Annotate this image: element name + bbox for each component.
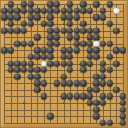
- black-stone[interactable]: [47, 1, 53, 7]
- black-stone[interactable]: [21, 1, 27, 7]
- black-stone[interactable]: [93, 73, 99, 79]
- black-stone[interactable]: [27, 1, 33, 7]
- black-stone[interactable]: [21, 67, 27, 73]
- black-stone[interactable]: [27, 14, 33, 20]
- black-stone[interactable]: [41, 93, 47, 99]
- black-stone[interactable]: [87, 100, 93, 106]
- black-stone[interactable]: [54, 41, 60, 47]
- black-stone[interactable]: [54, 8, 60, 14]
- black-stone[interactable]: [27, 73, 33, 79]
- black-stone[interactable]: [87, 87, 93, 93]
- black-stone[interactable]: [67, 67, 73, 73]
- black-stone[interactable]: [100, 120, 106, 126]
- black-stone[interactable]: [41, 67, 47, 73]
- black-stone[interactable]: [14, 67, 20, 73]
- black-stone[interactable]: [100, 8, 106, 14]
- black-stone[interactable]: [67, 60, 73, 66]
- black-stone[interactable]: [80, 8, 86, 14]
- black-stone[interactable]: [106, 67, 112, 73]
- black-stone[interactable]: [27, 67, 33, 73]
- grid-hline: [4, 90, 123, 91]
- black-stone[interactable]: [67, 8, 73, 14]
- black-stone[interactable]: [106, 21, 112, 27]
- black-stone[interactable]: [1, 14, 7, 20]
- black-stone[interactable]: [87, 41, 93, 47]
- black-stone[interactable]: [106, 80, 112, 86]
- black-stone[interactable]: [60, 93, 66, 99]
- black-stone[interactable]: [1, 27, 7, 33]
- black-stone[interactable]: [47, 41, 53, 47]
- black-stone[interactable]: [93, 34, 99, 40]
- black-stone[interactable]: [67, 54, 73, 60]
- black-stone[interactable]: [47, 47, 53, 53]
- black-stone[interactable]: [54, 60, 60, 66]
- black-stone[interactable]: [80, 21, 86, 27]
- grid-hline: [4, 116, 123, 117]
- black-stone[interactable]: [100, 14, 106, 20]
- black-stone[interactable]: [87, 34, 93, 40]
- hoshi-point: [63, 23, 65, 25]
- black-stone[interactable]: [27, 54, 33, 60]
- black-stone[interactable]: [47, 14, 53, 20]
- black-stone[interactable]: [54, 34, 60, 40]
- black-stone[interactable]: [21, 60, 27, 66]
- black-stone[interactable]: [80, 41, 86, 47]
- black-stone[interactable]: [93, 1, 99, 7]
- hoshi-point: [23, 102, 25, 104]
- black-stone[interactable]: [8, 27, 14, 33]
- black-stone[interactable]: [93, 113, 99, 119]
- black-stone[interactable]: [47, 34, 53, 40]
- black-stone[interactable]: [34, 87, 40, 93]
- black-stone[interactable]: [34, 67, 40, 73]
- black-stone[interactable]: [67, 27, 73, 33]
- black-stone[interactable]: [106, 1, 112, 7]
- black-stone[interactable]: [47, 54, 53, 60]
- black-stone[interactable]: [100, 60, 106, 66]
- black-stone[interactable]: [67, 93, 73, 99]
- black-stone[interactable]: [60, 80, 66, 86]
- black-stone[interactable]: [120, 113, 126, 119]
- black-stone[interactable]: [54, 1, 60, 7]
- black-stone[interactable]: [93, 100, 99, 106]
- black-stone[interactable]: [73, 47, 79, 53]
- grid-hline: [4, 110, 123, 111]
- black-stone[interactable]: [100, 41, 106, 47]
- black-stone[interactable]: [14, 27, 20, 33]
- black-stone[interactable]: [120, 120, 126, 126]
- black-stone[interactable]: [67, 34, 73, 40]
- black-stone[interactable]: [120, 47, 126, 53]
- black-stone[interactable]: [34, 54, 40, 60]
- black-stone[interactable]: [21, 27, 27, 33]
- black-stone[interactable]: [67, 80, 73, 86]
- black-stone[interactable]: [21, 21, 27, 27]
- black-stone[interactable]: [73, 27, 79, 33]
- black-stone[interactable]: [8, 47, 14, 53]
- black-stone[interactable]: [73, 8, 79, 14]
- white-stone[interactable]: [41, 60, 47, 66]
- black-stone[interactable]: [87, 60, 93, 66]
- black-stone[interactable]: [106, 54, 112, 60]
- black-stone[interactable]: [34, 8, 40, 14]
- black-stone[interactable]: [73, 14, 79, 20]
- black-stone[interactable]: [8, 67, 14, 73]
- black-stone[interactable]: [67, 47, 73, 53]
- black-stone[interactable]: [87, 93, 93, 99]
- black-stone[interactable]: [73, 34, 79, 40]
- black-stone[interactable]: [21, 41, 27, 47]
- white-stone[interactable]: [93, 41, 99, 47]
- black-stone[interactable]: [14, 73, 20, 79]
- black-stone[interactable]: [34, 73, 40, 79]
- black-stone[interactable]: [60, 54, 66, 60]
- black-stone[interactable]: [93, 47, 99, 53]
- black-stone[interactable]: [87, 8, 93, 14]
- black-stone[interactable]: [93, 87, 99, 93]
- hoshi-point: [63, 102, 65, 104]
- black-stone[interactable]: [87, 27, 93, 33]
- black-stone[interactable]: [14, 14, 20, 20]
- black-stone[interactable]: [54, 27, 60, 33]
- black-stone[interactable]: [8, 14, 14, 20]
- black-stone[interactable]: [106, 120, 112, 126]
- black-stone[interactable]: [60, 47, 66, 53]
- black-stone[interactable]: [14, 41, 20, 47]
- black-stone[interactable]: [41, 47, 47, 53]
- black-stone[interactable]: [67, 14, 73, 20]
- black-stone[interactable]: [73, 80, 79, 86]
- black-stone[interactable]: [8, 8, 14, 14]
- black-stone[interactable]: [47, 27, 53, 33]
- black-stone[interactable]: [27, 8, 33, 14]
- black-stone[interactable]: [80, 27, 86, 33]
- black-stone[interactable]: [120, 100, 126, 106]
- black-stone[interactable]: [106, 41, 112, 47]
- black-stone[interactable]: [34, 14, 40, 20]
- black-stone[interactable]: [41, 21, 47, 27]
- black-stone[interactable]: [100, 67, 106, 73]
- black-stone[interactable]: [80, 67, 86, 73]
- black-stone[interactable]: [87, 54, 93, 60]
- black-stone[interactable]: [113, 87, 119, 93]
- grid-vline: [77, 4, 78, 123]
- black-stone[interactable]: [14, 60, 20, 66]
- white-stone[interactable]: [113, 8, 119, 14]
- black-stone[interactable]: [73, 41, 79, 47]
- black-stone[interactable]: [93, 27, 99, 33]
- black-stone[interactable]: [21, 8, 27, 14]
- black-stone[interactable]: [120, 93, 126, 99]
- black-stone[interactable]: [80, 93, 86, 99]
- black-stone[interactable]: [27, 60, 33, 66]
- black-stone[interactable]: [47, 21, 53, 27]
- black-stone[interactable]: [47, 8, 53, 14]
- black-stone[interactable]: [100, 100, 106, 106]
- black-stone[interactable]: [67, 1, 73, 7]
- black-stone[interactable]: [54, 80, 60, 86]
- black-stone[interactable]: [100, 93, 106, 99]
- black-stone[interactable]: [100, 80, 106, 86]
- black-stone[interactable]: [8, 60, 14, 66]
- hoshi-point: [102, 23, 104, 25]
- black-stone[interactable]: [100, 73, 106, 79]
- black-stone[interactable]: [106, 93, 112, 99]
- black-stone[interactable]: [93, 54, 99, 60]
- black-stone[interactable]: [93, 106, 99, 112]
- black-stone[interactable]: [93, 80, 99, 86]
- black-stone[interactable]: [47, 113, 53, 119]
- black-stone[interactable]: [34, 80, 40, 86]
- black-stone[interactable]: [41, 80, 47, 86]
- black-stone[interactable]: [27, 21, 33, 27]
- black-stone[interactable]: [27, 41, 33, 47]
- black-stone[interactable]: [113, 60, 119, 66]
- black-stone[interactable]: [1, 8, 7, 14]
- black-stone[interactable]: [1, 47, 7, 53]
- black-stone[interactable]: [60, 8, 66, 14]
- black-stone[interactable]: [34, 34, 40, 40]
- go-board[interactable]: [0, 0, 128, 128]
- black-stone[interactable]: [8, 21, 14, 27]
- black-stone[interactable]: [60, 60, 66, 66]
- black-stone[interactable]: [87, 47, 93, 53]
- black-stone[interactable]: [60, 73, 66, 79]
- black-stone[interactable]: [8, 1, 14, 7]
- black-stone[interactable]: [93, 14, 99, 20]
- black-stone[interactable]: [47, 60, 53, 66]
- black-stone[interactable]: [41, 8, 47, 14]
- black-stone[interactable]: [113, 47, 119, 53]
- black-stone[interactable]: [113, 27, 119, 33]
- black-stone[interactable]: [60, 14, 66, 20]
- black-stone[interactable]: [80, 60, 86, 66]
- black-stone[interactable]: [80, 1, 86, 7]
- black-stone[interactable]: [34, 47, 40, 53]
- black-stone[interactable]: [60, 27, 66, 33]
- black-stone[interactable]: [120, 106, 126, 112]
- black-stone[interactable]: [14, 8, 20, 14]
- black-stone[interactable]: [67, 21, 73, 27]
- black-stone[interactable]: [41, 54, 47, 60]
- black-stone[interactable]: [73, 93, 79, 99]
- black-stone[interactable]: [80, 80, 86, 86]
